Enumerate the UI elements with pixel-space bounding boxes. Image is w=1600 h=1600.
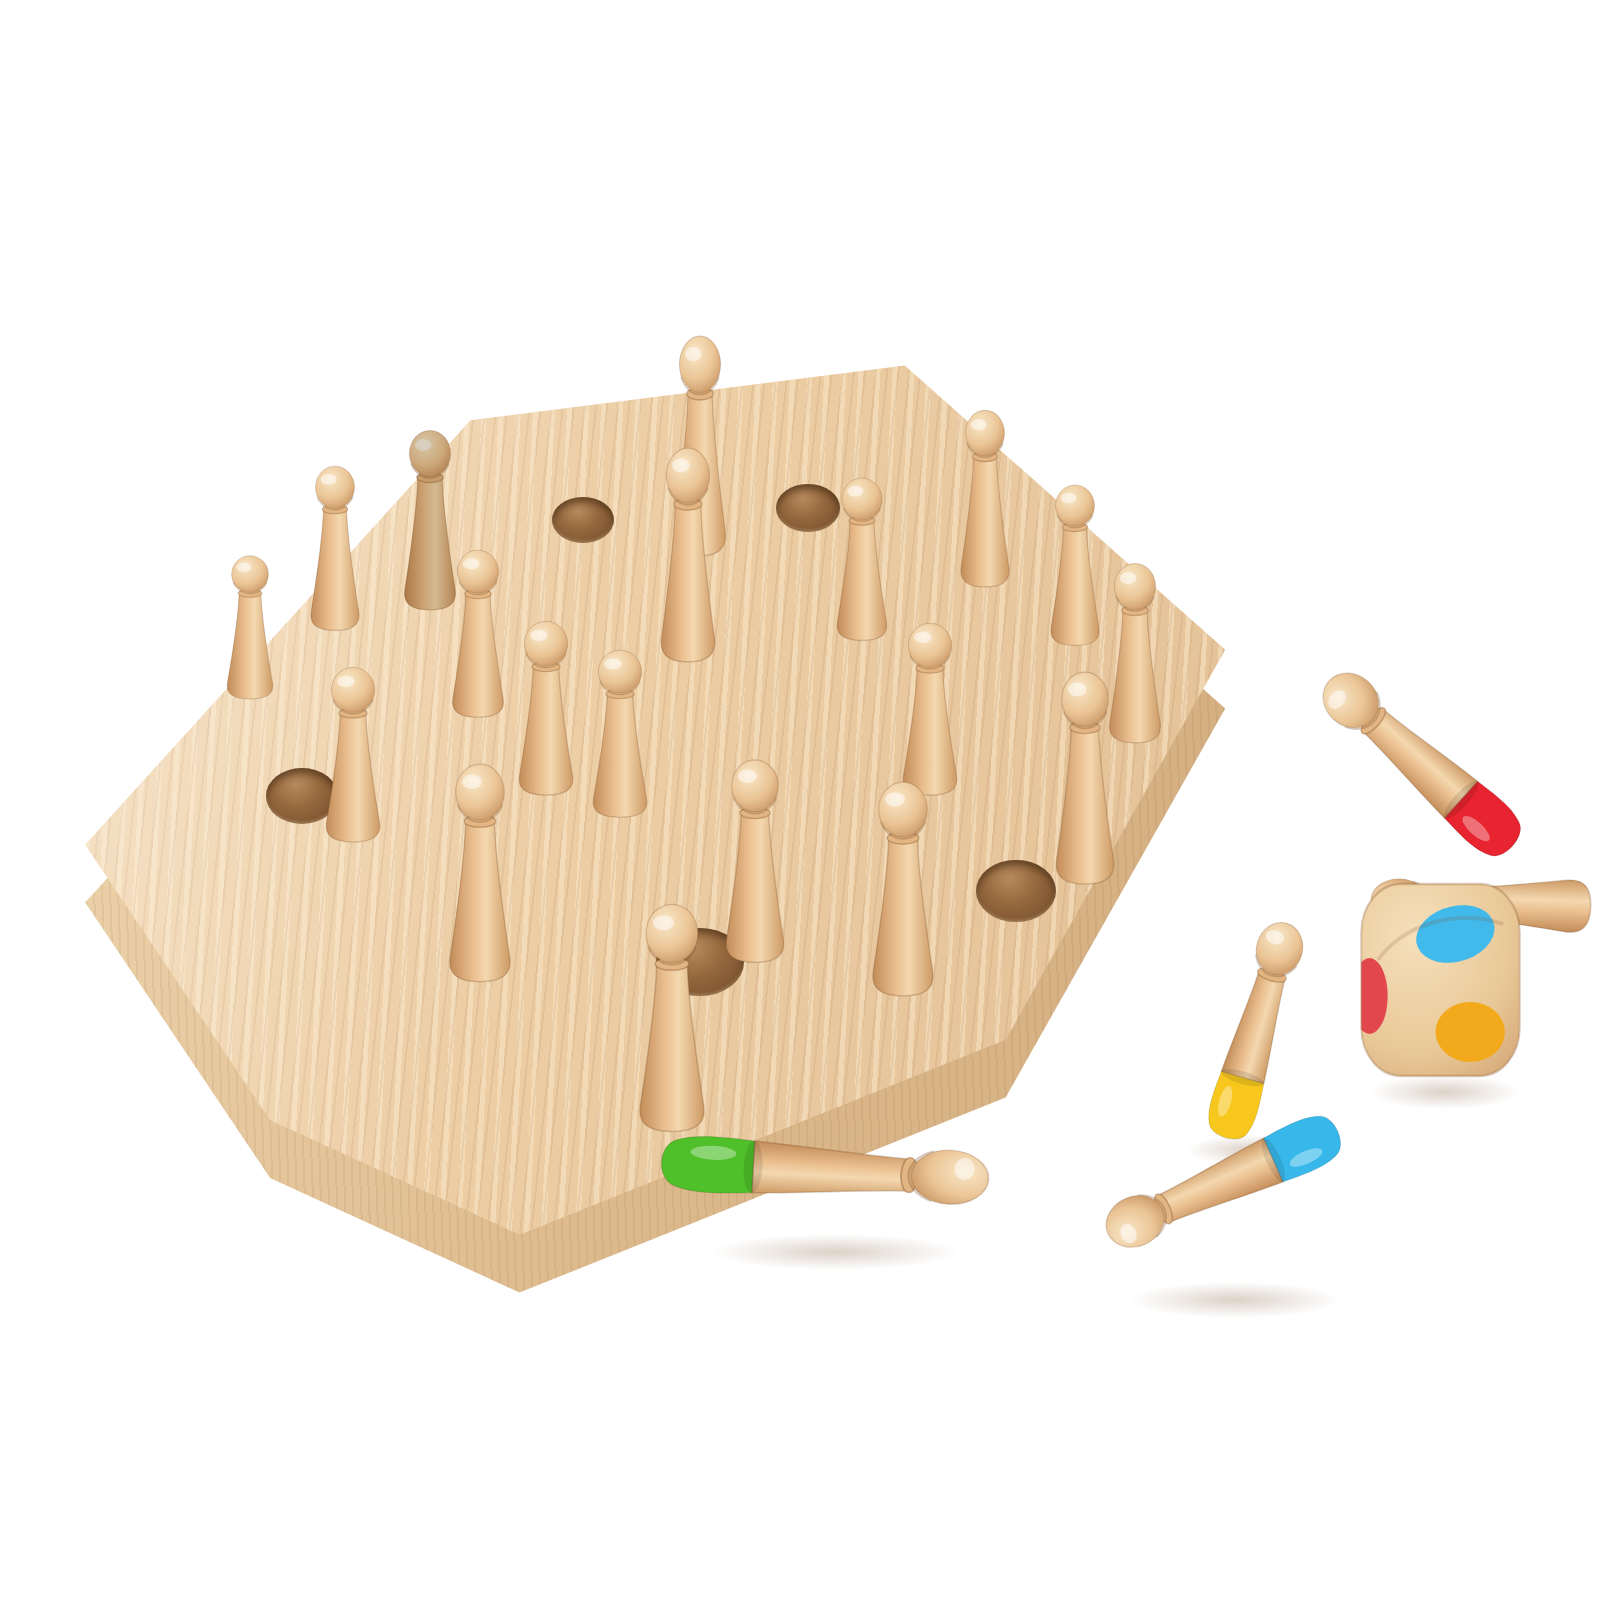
color-die <box>1358 880 1523 1080</box>
standing-peg <box>712 756 798 968</box>
standing-peg <box>1042 668 1128 890</box>
standing-peg <box>858 778 948 1002</box>
standing-peg <box>299 463 371 635</box>
die-dot-left <box>1351 958 1387 1034</box>
loose-peg-green <box>647 1111 997 1229</box>
standing-peg <box>890 620 970 800</box>
standing-peg <box>949 407 1021 592</box>
empty-hole <box>552 497 614 543</box>
loose-pieces-layer <box>0 0 1600 1600</box>
standing-peg <box>435 760 525 988</box>
standing-peg <box>313 664 393 847</box>
soft-shadow <box>670 1228 1000 1276</box>
standing-peg <box>648 444 728 668</box>
standing-peg <box>216 553 284 703</box>
die-dot-right <box>1436 1002 1505 1062</box>
standing-peg <box>580 647 660 822</box>
soft-shadow <box>1095 1276 1375 1324</box>
standing-peg <box>440 547 516 722</box>
loose-peg-red <box>1294 643 1551 888</box>
standing-peg <box>624 900 720 1138</box>
standing-peg <box>825 475 899 645</box>
memory-chess-product-photo <box>0 0 1600 1600</box>
